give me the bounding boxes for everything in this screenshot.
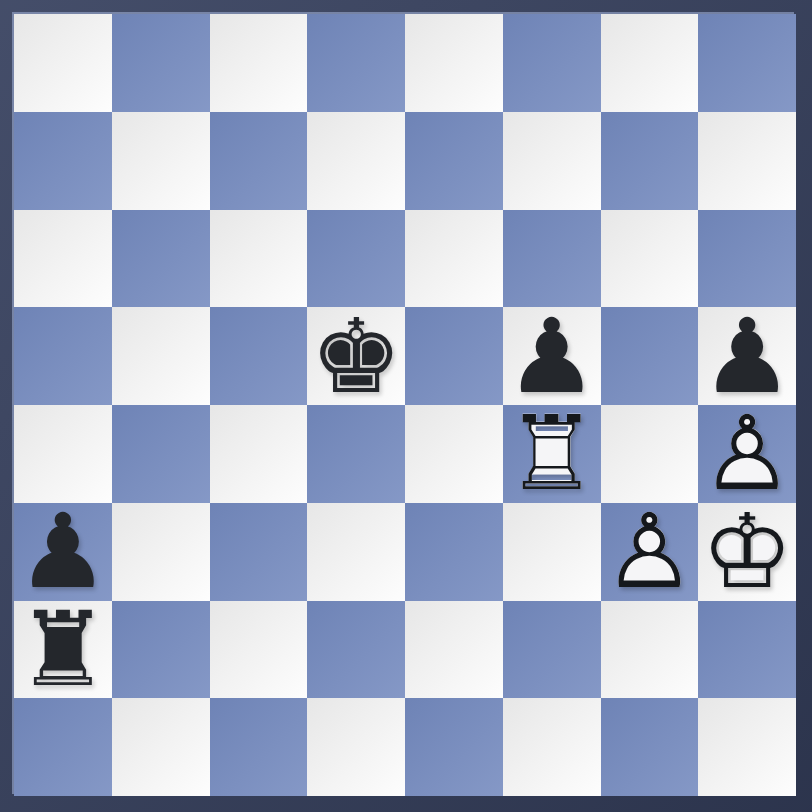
square-a5[interactable] xyxy=(14,307,112,405)
square-h2[interactable] xyxy=(698,601,796,699)
black-rook[interactable]: ♜ xyxy=(14,601,112,699)
black-pawn-glyph: ♟ xyxy=(698,307,796,405)
square-g6[interactable] xyxy=(601,210,699,308)
square-f3[interactable] xyxy=(503,503,601,601)
square-a1[interactable] xyxy=(14,698,112,796)
black-pawn[interactable]: ♟ xyxy=(698,307,796,405)
white-pawn-outline: ♙ xyxy=(698,405,796,503)
square-f6[interactable] xyxy=(503,210,601,308)
square-h6[interactable] xyxy=(698,210,796,308)
square-a7[interactable] xyxy=(14,112,112,210)
chess-board: ♚♟♟♜♖♟♙♟♟♙♚♔♜ xyxy=(14,14,796,796)
square-b5[interactable] xyxy=(112,307,210,405)
square-f7[interactable] xyxy=(503,112,601,210)
square-c3[interactable] xyxy=(210,503,308,601)
square-b6[interactable] xyxy=(112,210,210,308)
square-e6[interactable] xyxy=(405,210,503,308)
square-f4[interactable]: ♜♖ xyxy=(503,405,601,503)
square-d8[interactable] xyxy=(307,14,405,112)
square-e5[interactable] xyxy=(405,307,503,405)
square-d7[interactable] xyxy=(307,112,405,210)
square-b1[interactable] xyxy=(112,698,210,796)
square-d3[interactable] xyxy=(307,503,405,601)
square-b8[interactable] xyxy=(112,14,210,112)
square-c5[interactable] xyxy=(210,307,308,405)
white-pawn-outline: ♙ xyxy=(601,503,699,601)
white-pawn[interactable]: ♟♙ xyxy=(601,503,699,601)
square-d5[interactable]: ♚ xyxy=(307,307,405,405)
square-f1[interactable] xyxy=(503,698,601,796)
square-e7[interactable] xyxy=(405,112,503,210)
board-frame: ♚♟♟♜♖♟♙♟♟♙♚♔♜ xyxy=(0,0,812,812)
square-d6[interactable] xyxy=(307,210,405,308)
square-d1[interactable] xyxy=(307,698,405,796)
square-h1[interactable] xyxy=(698,698,796,796)
square-g3[interactable]: ♟♙ xyxy=(601,503,699,601)
square-b7[interactable] xyxy=(112,112,210,210)
square-h3[interactable]: ♚♔ xyxy=(698,503,796,601)
square-a4[interactable] xyxy=(14,405,112,503)
square-f8[interactable] xyxy=(503,14,601,112)
square-c1[interactable] xyxy=(210,698,308,796)
square-e3[interactable] xyxy=(405,503,503,601)
square-e4[interactable] xyxy=(405,405,503,503)
black-king-glyph: ♚ xyxy=(307,307,405,405)
square-c4[interactable] xyxy=(210,405,308,503)
square-a6[interactable] xyxy=(14,210,112,308)
black-rook-glyph: ♜ xyxy=(14,601,112,699)
square-g7[interactable] xyxy=(601,112,699,210)
square-h8[interactable] xyxy=(698,14,796,112)
square-f5[interactable]: ♟ xyxy=(503,307,601,405)
white-king-outline: ♔ xyxy=(698,503,796,601)
black-pawn-glyph: ♟ xyxy=(14,503,112,601)
square-e8[interactable] xyxy=(405,14,503,112)
square-a2[interactable]: ♜ xyxy=(14,601,112,699)
square-b3[interactable] xyxy=(112,503,210,601)
square-d2[interactable] xyxy=(307,601,405,699)
square-g2[interactable] xyxy=(601,601,699,699)
square-g5[interactable] xyxy=(601,307,699,405)
square-h7[interactable] xyxy=(698,112,796,210)
square-g1[interactable] xyxy=(601,698,699,796)
black-pawn[interactable]: ♟ xyxy=(503,307,601,405)
square-h5[interactable]: ♟ xyxy=(698,307,796,405)
square-e1[interactable] xyxy=(405,698,503,796)
black-king[interactable]: ♚ xyxy=(307,307,405,405)
square-g8[interactable] xyxy=(601,14,699,112)
white-king[interactable]: ♚♔ xyxy=(698,503,796,601)
black-pawn-glyph: ♟ xyxy=(503,307,601,405)
square-a8[interactable] xyxy=(14,14,112,112)
white-rook[interactable]: ♜♖ xyxy=(503,405,601,503)
square-b2[interactable] xyxy=(112,601,210,699)
white-pawn[interactable]: ♟♙ xyxy=(698,405,796,503)
square-e2[interactable] xyxy=(405,601,503,699)
square-c7[interactable] xyxy=(210,112,308,210)
square-c8[interactable] xyxy=(210,14,308,112)
square-f2[interactable] xyxy=(503,601,601,699)
square-b4[interactable] xyxy=(112,405,210,503)
square-h4[interactable]: ♟♙ xyxy=(698,405,796,503)
white-rook-outline: ♖ xyxy=(503,405,601,503)
square-d4[interactable] xyxy=(307,405,405,503)
square-c6[interactable] xyxy=(210,210,308,308)
square-a3[interactable]: ♟ xyxy=(14,503,112,601)
square-c2[interactable] xyxy=(210,601,308,699)
black-pawn[interactable]: ♟ xyxy=(14,503,112,601)
square-g4[interactable] xyxy=(601,405,699,503)
